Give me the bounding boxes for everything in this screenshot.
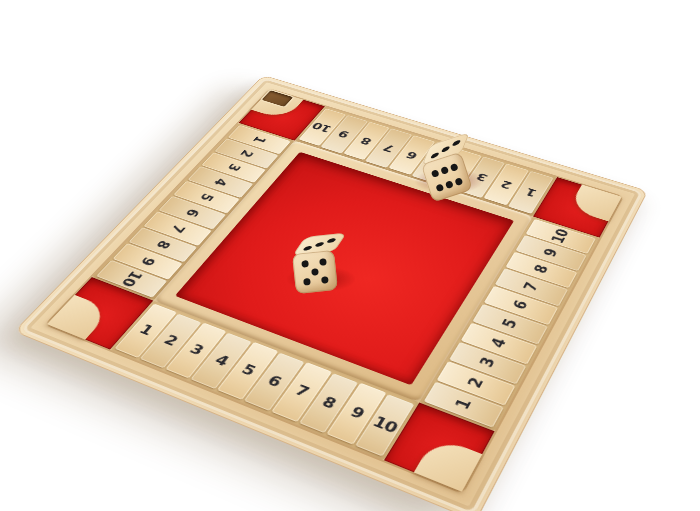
die-pip [301,260,309,268]
die-pip [450,163,459,172]
tile-number: 2 [161,333,180,348]
tile-number: 8 [319,394,338,410]
game-board: 10987654321 12345678910 10987654321 1234… [14,75,648,511]
die-pip [454,177,463,186]
tile-number: 9 [348,405,367,422]
die-pip [302,246,313,251]
tile-number: 9 [138,256,157,268]
die-pip [311,268,319,276]
tile-number: 7 [292,383,311,399]
tile-number: 6 [183,207,202,218]
tile-number: 10 [550,228,572,245]
tile-number: 3 [477,356,498,370]
tile-number: 9 [542,247,561,258]
tile-number: 5 [239,362,258,378]
tile-number: 2 [238,148,256,157]
tile-number: 8 [153,239,172,250]
tile-number: 10 [370,414,400,435]
tile-number: 8 [359,135,374,146]
die-pip [436,183,445,192]
die-pip [431,169,440,178]
tile-number: 6 [511,299,531,311]
die-2[interactable] [292,214,366,292]
die-pip [441,145,451,153]
tile-number: 2 [499,178,514,189]
tile-number: 3 [187,342,206,357]
tile-number: 10 [311,120,334,133]
tile-number: 8 [532,264,551,276]
tile-number: 7 [522,281,541,293]
tile-number: 5 [500,318,520,331]
tile-number: 4 [489,336,509,349]
tile-number: 1 [453,397,474,411]
die-2-front-face [292,250,338,294]
die-pip [445,180,454,189]
tile-number: 1 [524,186,539,198]
die-pip [314,242,325,247]
tile-number: 5 [197,192,215,202]
tile-number: 7 [168,223,187,234]
die-pip [452,139,462,147]
die-pip [303,278,311,286]
die-pip [321,276,329,284]
tile-number: 4 [211,177,229,187]
tile-number: 7 [382,142,397,153]
photo-backdrop: 10987654321 12345678910 10987654321 1234… [0,0,700,511]
die-pip [319,258,327,266]
tile-number: 3 [225,163,243,173]
board-scene: 10987654321 12345678910 10987654321 1234… [14,75,648,511]
die-1[interactable] [420,120,494,198]
tile-number: 2 [465,376,486,390]
die-pip [440,166,449,175]
tile-number: 6 [265,373,284,389]
die-pip [326,238,337,243]
tile-number: 10 [119,269,145,288]
tile-number: 4 [212,353,231,368]
tile-number: 9 [337,129,352,139]
tile-number: 1 [137,323,156,338]
corner-notch [262,90,294,106]
tile-number: 1 [251,135,268,144]
die-2-body [288,212,338,294]
